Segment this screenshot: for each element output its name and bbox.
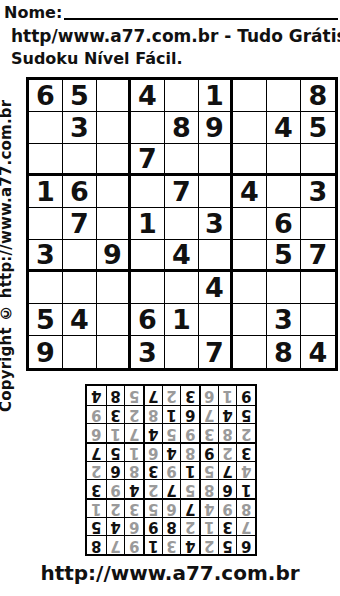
name-blank-line <box>64 18 338 20</box>
cell-r2c7[interactable] <box>233 112 267 144</box>
solution-cell-r3c2: 9 <box>218 498 237 517</box>
solution-cell-r9c5: 2 <box>162 386 181 405</box>
cell-r2c4[interactable] <box>131 112 165 144</box>
solution-cell-r5c5: 9 <box>162 461 181 480</box>
cell-r7c7[interactable] <box>233 272 267 304</box>
solution-cell-r6c4: 8 <box>180 442 199 461</box>
solution-cell-r1c2: 5 <box>218 535 237 554</box>
solution-cell-r3c5: 6 <box>162 498 181 517</box>
cell-r2c8: 4 <box>267 112 301 144</box>
cell-r4c2: 6 <box>63 176 97 208</box>
solution-cell-r3c3: 4 <box>199 498 218 517</box>
cell-r7c6: 4 <box>199 272 233 304</box>
solution-cell-r5c9: 2 <box>87 461 106 480</box>
solution-cell-r1c3: 2 <box>199 535 218 554</box>
solution-cell-r5c1: 4 <box>236 461 255 480</box>
solution-cell-r4c6: 2 <box>143 479 162 498</box>
solution-cell-r7c7: 7 <box>124 423 143 442</box>
solution-cell-r8c6: 8 <box>143 405 162 424</box>
cell-r1c8[interactable] <box>267 80 301 112</box>
solution-cell-r5c7: 8 <box>124 461 143 480</box>
cell-r9c3[interactable] <box>97 336 131 368</box>
cell-r3c1[interactable] <box>29 144 63 176</box>
solution-cell-r6c1: 3 <box>236 442 255 461</box>
solution-cell-r6c5: 4 <box>162 442 181 461</box>
solution-cell-r7c9: 6 <box>87 423 106 442</box>
solution-cell-r4c1: 1 <box>236 479 255 498</box>
solution-cell-r4c7: 4 <box>124 479 143 498</box>
cell-r4c8[interactable] <box>267 176 301 208</box>
site-header-text: http/www.a77.com.br - Tudo Grátis. <box>11 26 340 46</box>
cell-r2c3[interactable] <box>97 112 131 144</box>
solution-cell-r1c5: 3 <box>162 535 181 554</box>
cell-r7c5[interactable] <box>165 272 199 304</box>
cell-r7c8[interactable] <box>267 272 301 304</box>
cell-r6c5: 4 <box>165 240 199 272</box>
solution-cell-r3c6: 5 <box>143 498 162 517</box>
cell-r5c3[interactable] <box>97 208 131 240</box>
solution-cell-r5c6: 3 <box>143 461 162 480</box>
solution-cell-r3c7: 3 <box>124 498 143 517</box>
cell-r8c9[interactable] <box>301 304 335 336</box>
cell-r2c6: 9 <box>199 112 233 144</box>
solution-cell-r8c7: 2 <box>124 405 143 424</box>
solution-cell-r8c3: 7 <box>199 405 218 424</box>
solution-cell-r2c4: 2 <box>180 517 199 536</box>
cell-r9c5[interactable] <box>165 336 199 368</box>
name-field-row: Nome: <box>4 3 338 22</box>
cell-r1c3[interactable] <box>97 80 131 112</box>
solution-cell-r7c3: 3 <box>199 423 218 442</box>
cell-r1c5[interactable] <box>165 80 199 112</box>
cell-r6c4[interactable] <box>131 240 165 272</box>
cell-r2c9: 5 <box>301 112 335 144</box>
cell-r9c9: 4 <box>301 336 335 368</box>
cell-r9c1: 9 <box>29 336 63 368</box>
cell-r4c1: 1 <box>29 176 63 208</box>
cell-r6c2[interactable] <box>63 240 97 272</box>
solution-cell-r8c5: 1 <box>162 405 181 424</box>
solution-cell-r4c9: 3 <box>87 479 106 498</box>
cell-r7c3[interactable] <box>97 272 131 304</box>
solution-cell-r4c2: 6 <box>218 479 237 498</box>
solution-cell-r6c9: 7 <box>87 442 106 461</box>
cell-r5c6: 3 <box>199 208 233 240</box>
solution-cell-r4c5: 7 <box>162 479 181 498</box>
solution-cell-r1c4: 4 <box>180 535 199 554</box>
cell-r1c2: 5 <box>63 80 97 112</box>
solution-cell-r9c9: 4 <box>87 386 106 405</box>
solution-cell-r1c9: 8 <box>87 535 106 554</box>
cell-r3c9[interactable] <box>301 144 335 176</box>
cell-r4c7: 4 <box>233 176 267 208</box>
cell-r7c2[interactable] <box>63 272 97 304</box>
solution-cell-r2c1: 7 <box>236 517 255 536</box>
cell-r3c2[interactable] <box>63 144 97 176</box>
solution-cell-r9c1: 9 <box>236 386 255 405</box>
sudoku-puzzle-grid: 654183894571674371363945745461393784 <box>26 77 338 371</box>
solution-cell-r5c2: 7 <box>218 461 237 480</box>
cell-r4c5: 7 <box>165 176 199 208</box>
cell-r3c6[interactable] <box>199 144 233 176</box>
cell-r7c4[interactable] <box>131 272 165 304</box>
solution-cell-r1c8: 7 <box>106 535 125 554</box>
solution-cell-r9c2: 1 <box>218 386 237 405</box>
cell-r5c9[interactable] <box>301 208 335 240</box>
solution-cell-r9c7: 5 <box>124 386 143 405</box>
solution-cell-r2c2: 3 <box>218 517 237 536</box>
cell-r4c9: 3 <box>301 176 335 208</box>
solution-cell-r6c7: 1 <box>124 442 143 461</box>
solution-cell-r5c8: 6 <box>106 461 125 480</box>
cell-r4c3[interactable] <box>97 176 131 208</box>
solution-cell-r6c2: 2 <box>218 442 237 461</box>
solution-cell-r6c3: 9 <box>199 442 218 461</box>
cell-r9c7[interactable] <box>233 336 267 368</box>
cell-r3c7[interactable] <box>233 144 267 176</box>
solution-cell-r7c8: 1 <box>106 423 125 442</box>
cell-r8c7[interactable] <box>233 304 267 336</box>
solution-cell-r6c6: 6 <box>143 442 162 461</box>
cell-r5c1[interactable] <box>29 208 63 240</box>
cell-r5c2: 7 <box>63 208 97 240</box>
cell-r6c6[interactable] <box>199 240 233 272</box>
cell-r8c4: 6 <box>131 304 165 336</box>
solution-cell-r9c6: 7 <box>143 386 162 405</box>
solution-cell-r8c1: 5 <box>236 405 255 424</box>
cell-r9c2[interactable] <box>63 336 97 368</box>
cell-r2c1[interactable] <box>29 112 63 144</box>
cell-r1c4: 4 <box>131 80 165 112</box>
cell-r8c2: 4 <box>63 304 97 336</box>
solution-cell-r3c4: 7 <box>180 498 199 517</box>
solution-cell-r9c4: 3 <box>180 386 199 405</box>
footer-url-text: http://www.a77.com.br <box>0 561 340 585</box>
solution-cell-r6c8: 5 <box>106 442 125 461</box>
solution-cell-r3c1: 8 <box>236 498 255 517</box>
cell-r6c3: 9 <box>97 240 131 272</box>
solution-cell-r4c3: 8 <box>199 479 218 498</box>
solution-cell-r8c4: 6 <box>180 405 199 424</box>
cell-r8c1: 5 <box>29 304 63 336</box>
solution-cell-r8c2: 4 <box>218 405 237 424</box>
cell-r6c9: 7 <box>301 240 335 272</box>
cell-r1c9: 8 <box>301 80 335 112</box>
solution-cell-r2c3: 1 <box>199 517 218 536</box>
solution-cell-r4c8: 9 <box>106 479 125 498</box>
solution-cell-r7c5: 5 <box>162 423 181 442</box>
solution-cell-r4c4: 5 <box>180 479 199 498</box>
solution-cell-r2c9: 5 <box>87 517 106 536</box>
cell-r1c1: 6 <box>29 80 63 112</box>
cell-r1c6: 1 <box>199 80 233 112</box>
solution-cell-r7c6: 4 <box>143 423 162 442</box>
solution-cell-r8c9: 9 <box>87 405 106 424</box>
sudoku-solution-grid-rotated: 6524319787312896458947653211685724934751… <box>85 384 257 556</box>
cell-r8c5: 1 <box>165 304 199 336</box>
solution-cell-r7c1: 2 <box>236 423 255 442</box>
cell-r6c8: 5 <box>267 240 301 272</box>
solution-cell-r3c9: 1 <box>87 498 106 517</box>
solution-cell-r9c3: 6 <box>199 386 218 405</box>
cell-r6c1: 3 <box>29 240 63 272</box>
cell-r8c3[interactable] <box>97 304 131 336</box>
cell-r5c4: 1 <box>131 208 165 240</box>
cell-r9c4: 3 <box>131 336 165 368</box>
cell-r3c4: 7 <box>131 144 165 176</box>
cell-r6c7[interactable] <box>233 240 267 272</box>
cell-r7c1[interactable] <box>29 272 63 304</box>
solution-cell-r2c7: 6 <box>124 517 143 536</box>
vertical-copyright-text: Copyright © http://www.a77.com.br <box>0 80 19 432</box>
cell-r4c4[interactable] <box>131 176 165 208</box>
cell-r7c9[interactable] <box>301 272 335 304</box>
cell-r3c3[interactable] <box>97 144 131 176</box>
cell-r9c6: 7 <box>199 336 233 368</box>
solution-cell-r1c6: 1 <box>143 535 162 554</box>
solution-cell-r2c5: 8 <box>162 517 181 536</box>
solution-cell-r2c6: 9 <box>143 517 162 536</box>
cell-r3c8[interactable] <box>267 144 301 176</box>
solution-cell-r8c8: 3 <box>106 405 125 424</box>
cell-r5c5[interactable] <box>165 208 199 240</box>
cell-r2c2: 3 <box>63 112 97 144</box>
solution-cell-r5c4: 1 <box>180 461 199 480</box>
solution-cell-r7c4: 9 <box>180 423 199 442</box>
name-label: Nome: <box>4 3 62 22</box>
cell-r8c8: 3 <box>267 304 301 336</box>
cell-r1c7[interactable] <box>233 80 267 112</box>
cell-r2c5: 8 <box>165 112 199 144</box>
cell-r4c6[interactable] <box>199 176 233 208</box>
solution-cell-r1c1: 6 <box>236 535 255 554</box>
solution-cell-r2c8: 4 <box>106 517 125 536</box>
cell-r8c6[interactable] <box>199 304 233 336</box>
solution-cell-r7c2: 8 <box>218 423 237 442</box>
cell-r3c5[interactable] <box>165 144 199 176</box>
solution-cell-r9c8: 8 <box>106 386 125 405</box>
cell-r9c8: 8 <box>267 336 301 368</box>
cell-r5c8: 6 <box>267 208 301 240</box>
solution-cell-r1c7: 9 <box>124 535 143 554</box>
solution-cell-r3c8: 2 <box>106 498 125 517</box>
cell-r5c7[interactable] <box>233 208 267 240</box>
solution-cell-r5c3: 5 <box>199 461 218 480</box>
puzzle-level-title: Sudoku Nível Fácil. <box>11 49 183 68</box>
